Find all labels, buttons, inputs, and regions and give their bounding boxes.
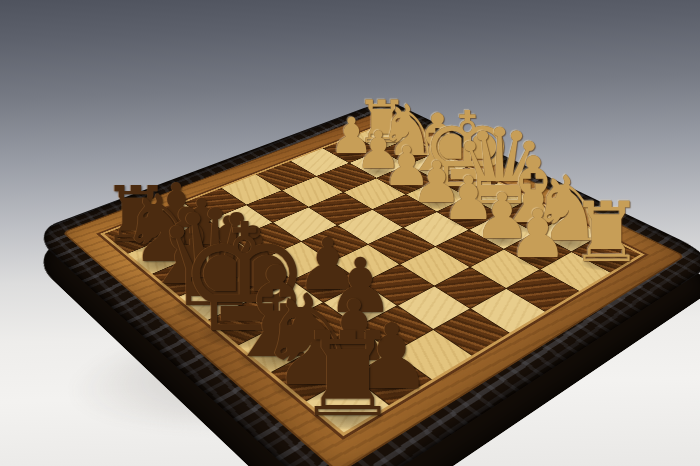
stage: ♜♞♝♚♛♝♞♜♟♟♟♟♟♟♟♟♟♟♟♟♟♟♟♜♞♝♛♚♝♞♜ bbox=[0, 0, 700, 466]
